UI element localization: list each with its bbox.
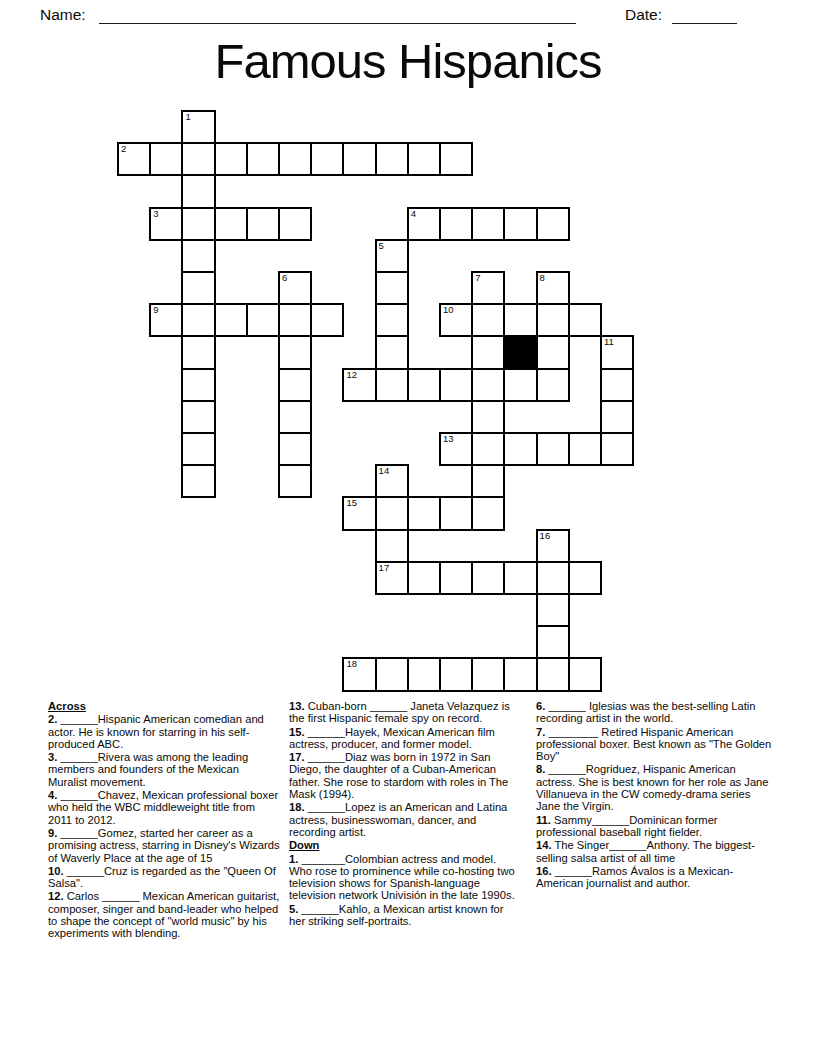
cell-number: 15 (346, 498, 357, 508)
grid-cell[interactable] (471, 207, 505, 241)
clue-number: 17. (289, 751, 305, 763)
clue: 9. ______Gomez, started her career as a … (48, 827, 281, 864)
clue-number: 3. (48, 751, 57, 763)
grid-cell[interactable] (536, 657, 570, 691)
grid-cell[interactable] (471, 368, 505, 402)
grid-cell[interactable] (375, 142, 409, 176)
clue: 18. ______Lopez is an American and Latin… (289, 801, 522, 838)
grid-cell[interactable] (503, 303, 537, 337)
grid-cell[interactable] (214, 303, 248, 337)
grid-cell[interactable] (568, 657, 602, 691)
grid-cell[interactable] (471, 561, 505, 595)
grid-cell[interactable] (278, 142, 312, 176)
date-field-line[interactable] (672, 23, 737, 24)
clue: 14. The Singer______Anthony. The biggest… (536, 839, 774, 864)
grid-cell[interactable] (181, 207, 215, 241)
worksheet-page: Name: Date: Famous Hispanics 12345678910… (0, 0, 816, 1056)
clue: 3. ______Rivera was among the leading me… (48, 751, 281, 788)
grid-cell[interactable]: 3 (149, 207, 183, 241)
grid-cell[interactable] (439, 368, 473, 402)
cell-number: 4 (411, 209, 416, 219)
grid-cell[interactable] (471, 400, 505, 434)
grid-cell[interactable] (439, 142, 473, 176)
cell-number: 8 (540, 273, 545, 283)
clue-number: 12. (48, 890, 64, 902)
grid-cell[interactable] (536, 335, 570, 369)
cell-number: 11 (604, 337, 614, 347)
clue: 1. _______Colombian actress and model. W… (289, 853, 522, 902)
grid-cell[interactable]: 12 (342, 368, 376, 402)
grid-cell[interactable] (471, 496, 505, 530)
grid-cell[interactable] (375, 303, 409, 337)
grid-cell[interactable] (407, 142, 441, 176)
cell-number: 10 (443, 305, 454, 315)
clue: 16. ______Ramos Ávalos is a Mexican-Amer… (536, 865, 774, 890)
grid-cell[interactable] (278, 464, 312, 498)
grid-cell[interactable] (278, 400, 312, 434)
grid-cell[interactable] (375, 368, 409, 402)
grid-cell[interactable] (600, 400, 634, 434)
grid-cell[interactable] (181, 303, 215, 337)
grid-cell[interactable] (536, 207, 570, 241)
grid-cell[interactable] (181, 432, 215, 466)
clue-number: 16. (536, 865, 552, 877)
grid-cell[interactable] (181, 400, 215, 434)
grid-cell[interactable] (600, 432, 634, 466)
clue-number: 2. (48, 713, 57, 725)
cell-number: 3 (153, 209, 158, 219)
grid-cell[interactable] (181, 271, 215, 305)
grid-cell[interactable] (407, 657, 441, 691)
clue-number: 11. (536, 814, 551, 826)
clue-column-middle: 13. Cuban-born ______ Janeta Velazquez i… (289, 700, 522, 928)
grid-cell[interactable] (471, 303, 505, 337)
clue-number: 5. (289, 903, 298, 915)
grid-cell[interactable]: 2 (117, 142, 151, 176)
cell-number: 12 (346, 370, 357, 380)
grid-cell[interactable] (375, 529, 409, 563)
grid-cell[interactable] (310, 303, 344, 337)
grid-cell[interactable] (503, 207, 537, 241)
grid-cell[interactable] (214, 142, 248, 176)
grid-cell[interactable] (278, 335, 312, 369)
grid-cell[interactable]: 9 (149, 303, 183, 337)
clues-heading: Down (289, 839, 522, 851)
clue-number: 1. (289, 853, 298, 865)
grid-cell[interactable] (568, 432, 602, 466)
cell-number: 14 (379, 466, 390, 476)
clue: 5. ______Kahlo, a Mexican artist known f… (289, 903, 522, 928)
grid-cell[interactable] (375, 271, 409, 305)
clue-number: 4. (48, 789, 57, 801)
name-label: Name: (40, 6, 86, 24)
grid-cell[interactable] (439, 561, 473, 595)
grid-cell[interactable] (278, 303, 312, 337)
clue: 15. ______Hayek, Mexican American film a… (289, 726, 522, 751)
clue-column-right: 6. ______ Iglesias was the best-selling … (536, 700, 774, 890)
clue: 17. ______Diaz was born in 1972 in San D… (289, 751, 522, 800)
grid-cell[interactable] (536, 368, 570, 402)
grid-cell[interactable] (278, 432, 312, 466)
grid-cell[interactable]: 11 (600, 335, 634, 369)
grid-cell[interactable]: 8 (536, 271, 570, 305)
grid-cell[interactable] (503, 432, 537, 466)
cell-number: 18 (346, 659, 357, 669)
grid-cell[interactable]: 18 (342, 657, 376, 691)
grid-cell[interactable] (181, 142, 215, 176)
cell-number: 17 (379, 563, 390, 573)
cell-number: 13 (443, 434, 454, 444)
clue-number: 10. (48, 865, 64, 877)
clue-number: 6. (536, 700, 545, 712)
black-cell (503, 335, 537, 369)
grid-cell[interactable] (407, 496, 441, 530)
grid-cell[interactable] (375, 335, 409, 369)
grid-cell[interactable] (246, 142, 280, 176)
name-field-line[interactable] (99, 23, 576, 24)
grid-cell[interactable]: 4 (407, 207, 441, 241)
grid-cell[interactable] (278, 368, 312, 402)
grid-cell[interactable] (181, 464, 215, 498)
clue: 12. Carlos ______ Mexican American guita… (48, 890, 281, 939)
cell-number: 16 (540, 531, 551, 541)
cell-number: 9 (153, 305, 158, 315)
grid-cell[interactable] (503, 657, 537, 691)
grid-cell[interactable] (278, 207, 312, 241)
grid-cell[interactable] (568, 303, 602, 337)
grid-cell[interactable] (600, 368, 634, 402)
grid-cell[interactable] (181, 174, 215, 208)
page-title: Famous Hispanics (0, 33, 816, 89)
clue: 11. Sammy______Dominican former professi… (536, 814, 774, 839)
grid-cell[interactable] (471, 657, 505, 691)
clue: 13. Cuban-born ______ Janeta Velazquez i… (289, 700, 522, 725)
grid-cell[interactable]: 10 (439, 303, 473, 337)
clue-number: 18. (289, 801, 305, 813)
grid-cell[interactable] (246, 303, 280, 337)
clue-column-left: Across2. ______Hispanic American comedia… (48, 700, 281, 941)
cell-number: 7 (475, 273, 480, 283)
grid-cell[interactable] (214, 207, 248, 241)
grid-cell[interactable]: 6 (278, 271, 312, 305)
grid-cell[interactable] (536, 303, 570, 337)
grid-cell[interactable]: 15 (342, 496, 376, 530)
clue-number: 15. (289, 726, 305, 738)
grid-cell[interactable] (181, 368, 215, 402)
grid-cell[interactable]: 5 (375, 239, 409, 273)
cell-number: 2 (121, 144, 126, 154)
grid-cell[interactable] (536, 561, 570, 595)
clue: 10. ______Cruz is regarded as the "Queen… (48, 865, 281, 890)
grid-cell[interactable] (181, 335, 215, 369)
grid-cell[interactable] (310, 142, 344, 176)
grid-cell[interactable] (471, 432, 505, 466)
grid-cell[interactable] (181, 239, 215, 273)
grid-cell[interactable]: 17 (375, 561, 409, 595)
grid-cell[interactable] (375, 496, 409, 530)
grid-cell[interactable] (439, 496, 473, 530)
grid-cell[interactable] (246, 207, 280, 241)
clue-number: 14. (536, 839, 552, 851)
grid-cell[interactable] (407, 561, 441, 595)
grid-cell[interactable] (471, 335, 505, 369)
grid-cell[interactable] (149, 142, 183, 176)
grid-cell[interactable] (342, 142, 376, 176)
grid-cell[interactable] (471, 464, 505, 498)
clue-number: 9. (48, 827, 57, 839)
grid-cell[interactable] (439, 207, 473, 241)
date-label: Date: (625, 6, 662, 24)
cell-number: 6 (282, 273, 287, 283)
clue-number: 7. (536, 726, 545, 738)
clue: 8. ______Rogriduez, Hispanic American ac… (536, 763, 774, 812)
clue-number: 8. (536, 763, 545, 775)
grid-cell[interactable] (536, 625, 570, 659)
grid-cell[interactable]: 16 (536, 529, 570, 563)
grid-cell[interactable]: 13 (439, 432, 473, 466)
grid-cell[interactable]: 7 (471, 271, 505, 305)
grid-cell[interactable] (568, 561, 602, 595)
clues-heading: Across (48, 700, 281, 712)
clue: 7. ________ Retired Hispanic American pr… (536, 726, 774, 763)
grid-cell[interactable] (439, 657, 473, 691)
grid-cell[interactable]: 14 (375, 464, 409, 498)
clue: 4. ______Chavez, Mexican professional bo… (48, 789, 281, 826)
grid-cell[interactable]: 1 (181, 110, 215, 144)
cell-number: 5 (379, 241, 384, 251)
grid-cell[interactable] (536, 593, 570, 627)
grid-cell[interactable] (503, 561, 537, 595)
clue-number: 13. (289, 700, 305, 712)
grid-cell[interactable] (375, 657, 409, 691)
grid-cell[interactable] (503, 368, 537, 402)
grid-cell[interactable] (536, 432, 570, 466)
clue: 2. ______Hispanic American comedian and … (48, 713, 281, 750)
grid-cell[interactable] (407, 368, 441, 402)
clue: 6. ______ Iglesias was the best-selling … (536, 700, 774, 725)
cell-number: 1 (185, 112, 190, 122)
